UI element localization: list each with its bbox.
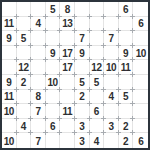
clue-number: 7 (79, 33, 84, 43)
clue-number: 10 (106, 63, 116, 73)
clue-number: 11 (4, 19, 14, 29)
cell-r2c3[interactable]: 4 (31, 17, 46, 32)
cell-r5c3[interactable] (31, 60, 46, 75)
clue-number: 9 (50, 48, 55, 58)
cell-r9c10[interactable] (133, 119, 148, 134)
puzzle-board: 5861141369577917991012171210119210551182… (0, 0, 150, 150)
clue-number: 2 (123, 136, 128, 146)
cell-r1c4[interactable]: 5 (46, 2, 61, 17)
clue-number: 11 (121, 63, 131, 73)
clue-number: 5 (123, 92, 128, 102)
cell-r10c7[interactable]: 4 (90, 133, 105, 148)
cell-r5c5[interactable]: 17 (60, 60, 75, 75)
cell-r3c9[interactable] (119, 31, 134, 46)
cell-r3c6[interactable]: 7 (75, 31, 90, 46)
clue-number: 11 (62, 106, 72, 116)
clue-number: 9 (6, 77, 11, 87)
cell-r1c8[interactable] (104, 2, 119, 17)
clue-number: 4 (94, 136, 99, 146)
cell-r3c4[interactable] (46, 31, 61, 46)
cell-r5c10[interactable] (133, 60, 148, 75)
cell-r1c9[interactable]: 6 (119, 2, 134, 17)
cell-r8c8[interactable] (104, 104, 119, 119)
clue-number: 6 (94, 106, 99, 116)
cell-r9c4[interactable]: 6 (46, 119, 61, 134)
clue-number: 9 (79, 48, 84, 58)
cell-r8c10[interactable] (133, 104, 148, 119)
cell-r10c3[interactable]: 7 (31, 133, 46, 148)
cell-r4c1[interactable] (2, 46, 17, 61)
cell-r8c7[interactable]: 6 (90, 104, 105, 119)
clue-number: 4 (21, 121, 26, 131)
clue-number: 8 (35, 92, 40, 102)
clue-number: 8 (65, 4, 70, 14)
clue-number: 7 (35, 136, 40, 146)
cell-r7c4[interactable] (46, 90, 61, 105)
clue-number: 3 (79, 121, 84, 131)
cell-r6c3[interactable] (31, 75, 46, 90)
cell-r2c2[interactable] (17, 17, 32, 32)
clue-number: 9 (123, 48, 128, 58)
cell-r10c9[interactable]: 2 (119, 133, 134, 148)
cell-r8c1[interactable]: 10 (2, 104, 17, 119)
clue-number: 5 (79, 77, 84, 87)
cell-r8c3[interactable]: 7 (31, 104, 46, 119)
clue-number: 4 (108, 92, 113, 102)
cell-r1c5[interactable]: 8 (60, 2, 75, 17)
cell-r6c2[interactable]: 2 (17, 75, 32, 90)
cell-r5c2[interactable]: 12 (17, 60, 32, 75)
cell-r10c4[interactable] (46, 133, 61, 148)
clue-number: 12 (91, 63, 101, 73)
clue-number: 17 (62, 48, 72, 58)
cell-r10c10[interactable]: 6 (133, 133, 148, 148)
cell-r10c8[interactable] (104, 133, 119, 148)
cell-r2c1[interactable]: 11 (2, 17, 17, 32)
cell-r7c6[interactable]: 2 (75, 90, 90, 105)
cell-r8c5[interactable]: 11 (60, 104, 75, 119)
cell-r7c1[interactable]: 11 (2, 90, 17, 105)
cell-r9c3[interactable] (31, 119, 46, 134)
cell-r3c8[interactable]: 7 (104, 31, 119, 46)
clue-number: 6 (138, 19, 143, 29)
clue-number: 4 (35, 19, 40, 29)
cell-r6c1[interactable]: 9 (2, 75, 17, 90)
clue-number: 12 (18, 63, 28, 73)
clue-number: 7 (108, 33, 113, 43)
cell-r2c6[interactable] (75, 17, 90, 32)
cell-r9c9[interactable]: 2 (119, 119, 134, 134)
cell-r10c6[interactable]: 3 (75, 133, 90, 148)
cell-r8c6[interactable] (75, 104, 90, 119)
cell-r7c7[interactable] (90, 90, 105, 105)
cell-r5c9[interactable]: 11 (119, 60, 134, 75)
clue-number: 6 (50, 121, 55, 131)
clue-number: 6 (123, 4, 128, 14)
clue-number: 5 (50, 4, 55, 14)
clue-number: 5 (21, 33, 26, 43)
clue-number: 11 (4, 92, 14, 102)
cell-r7c3[interactable]: 8 (31, 90, 46, 105)
cell-r4c9[interactable]: 9 (119, 46, 134, 61)
cell-r7c9[interactable]: 5 (119, 90, 134, 105)
cell-r6c6[interactable]: 5 (75, 75, 90, 90)
clue-number: 7 (35, 106, 40, 116)
cell-r3c7[interactable] (90, 31, 105, 46)
clue-number: 3 (79, 136, 84, 146)
cell-r2c4[interactable] (46, 17, 61, 32)
clue-number: 3 (108, 121, 113, 131)
cell-r5c6[interactable] (75, 60, 90, 75)
cell-r8c9[interactable] (119, 104, 134, 119)
cell-r4c7[interactable] (90, 46, 105, 61)
clue-number: 2 (123, 121, 128, 131)
cell-r6c10[interactable] (133, 75, 148, 90)
cell-r10c2[interactable] (17, 133, 32, 148)
cell-r7c8[interactable]: 4 (104, 90, 119, 105)
cell-r1c6[interactable] (75, 2, 90, 17)
cell-r4c8[interactable] (104, 46, 119, 61)
cell-r3c2[interactable]: 5 (17, 31, 32, 46)
clue-number: 2 (21, 77, 26, 87)
cell-r1c2[interactable] (17, 2, 32, 17)
cell-r4c4[interactable]: 9 (46, 46, 61, 61)
cell-r7c5[interactable] (60, 90, 75, 105)
cell-r1c3[interactable] (31, 2, 46, 17)
clue-number: 10 (136, 48, 146, 58)
clue-number: 13 (62, 19, 72, 29)
cell-r1c1[interactable] (2, 2, 17, 17)
cell-r9c7[interactable] (90, 119, 105, 134)
cell-r3c5[interactable] (60, 31, 75, 46)
cell-r2c7[interactable] (90, 17, 105, 32)
cell-r1c10[interactable] (133, 2, 148, 17)
cell-r7c10[interactable] (133, 90, 148, 105)
cell-r4c6[interactable]: 9 (75, 46, 90, 61)
clue-number: 9 (6, 33, 11, 43)
cell-r4c2[interactable] (17, 46, 32, 61)
cell-r4c10[interactable]: 10 (133, 46, 148, 61)
cell-r6c8[interactable] (104, 75, 119, 90)
cell-r3c10[interactable] (133, 31, 148, 46)
cell-r3c1[interactable]: 9 (2, 31, 17, 46)
clue-number: 10 (4, 106, 14, 116)
cell-r2c5[interactable]: 13 (60, 17, 75, 32)
cell-r6c7[interactable]: 5 (90, 75, 105, 90)
cell-r3c3[interactable] (31, 31, 46, 46)
cell-r5c8[interactable]: 10 (104, 60, 119, 75)
cell-r9c8[interactable]: 3 (104, 119, 119, 134)
cell-r9c5[interactable] (60, 119, 75, 134)
cell-r1c7[interactable] (90, 2, 105, 17)
cell-r2c8[interactable] (104, 17, 119, 32)
cell-r9c1[interactable] (2, 119, 17, 134)
cell-r4c5[interactable]: 17 (60, 46, 75, 61)
cell-r6c9[interactable] (119, 75, 134, 90)
cell-r4c3[interactable] (31, 46, 46, 61)
cell-r2c9[interactable] (119, 17, 134, 32)
cell-r8c4[interactable] (46, 104, 61, 119)
cell-r7c2[interactable] (17, 90, 32, 105)
clue-number: 17 (62, 63, 72, 73)
cell-r9c6[interactable]: 3 (75, 119, 90, 134)
cell-r9c2[interactable]: 4 (17, 119, 32, 134)
cell-r2c10[interactable]: 6 (133, 17, 148, 32)
cell-r5c1[interactable] (2, 60, 17, 75)
cell-r10c1[interactable]: 10 (2, 133, 17, 148)
cell-r5c4[interactable] (46, 60, 61, 75)
cell-r5c7[interactable]: 12 (90, 60, 105, 75)
cell-r6c5[interactable] (60, 75, 75, 90)
cell-r8c2[interactable] (17, 104, 32, 119)
clue-number: 10 (48, 77, 58, 87)
cell-r6c4[interactable]: 10 (46, 75, 61, 90)
cell-r10c5[interactable] (60, 133, 75, 148)
clue-number: 2 (79, 92, 84, 102)
clue-number: 10 (4, 136, 14, 146)
clue-number: 5 (94, 77, 99, 87)
clue-number: 6 (138, 136, 143, 146)
